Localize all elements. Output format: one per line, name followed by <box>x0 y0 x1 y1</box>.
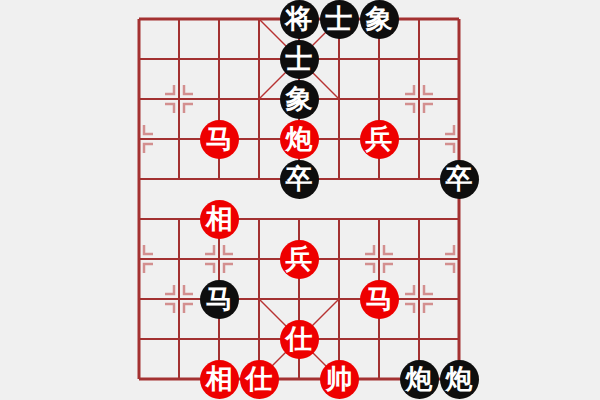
piece-black-elephant[interactable]: 象 <box>360 0 399 39</box>
piece-black-general[interactable]: 将 <box>280 0 319 39</box>
piece-black-cannon[interactable]: 炮 <box>400 360 439 399</box>
xiangqi-board: 将士象士象马炮兵卒卒相兵马马仕相仕帅炮炮 <box>0 0 600 400</box>
piece-black-cannon[interactable]: 炮 <box>440 360 479 399</box>
piece-red-soldier[interactable]: 兵 <box>280 240 319 279</box>
piece-red-elephant[interactable]: 相 <box>200 200 239 239</box>
piece-red-horse[interactable]: 马 <box>200 120 239 159</box>
piece-black-elephant[interactable]: 象 <box>280 80 319 119</box>
piece-red-elephant[interactable]: 相 <box>200 360 239 399</box>
piece-red-horse[interactable]: 马 <box>360 280 399 319</box>
piece-black-advisor[interactable]: 士 <box>280 40 319 79</box>
piece-red-advisor[interactable]: 仕 <box>240 360 279 399</box>
piece-red-advisor[interactable]: 仕 <box>280 320 319 359</box>
piece-black-soldier[interactable]: 卒 <box>440 160 479 199</box>
piece-black-advisor[interactable]: 士 <box>320 0 359 39</box>
piece-red-general[interactable]: 帅 <box>320 360 359 399</box>
piece-red-cannon[interactable]: 炮 <box>280 120 319 159</box>
piece-black-soldier[interactable]: 卒 <box>280 160 319 199</box>
piece-red-soldier[interactable]: 兵 <box>360 120 399 159</box>
piece-black-horse[interactable]: 马 <box>200 280 239 319</box>
